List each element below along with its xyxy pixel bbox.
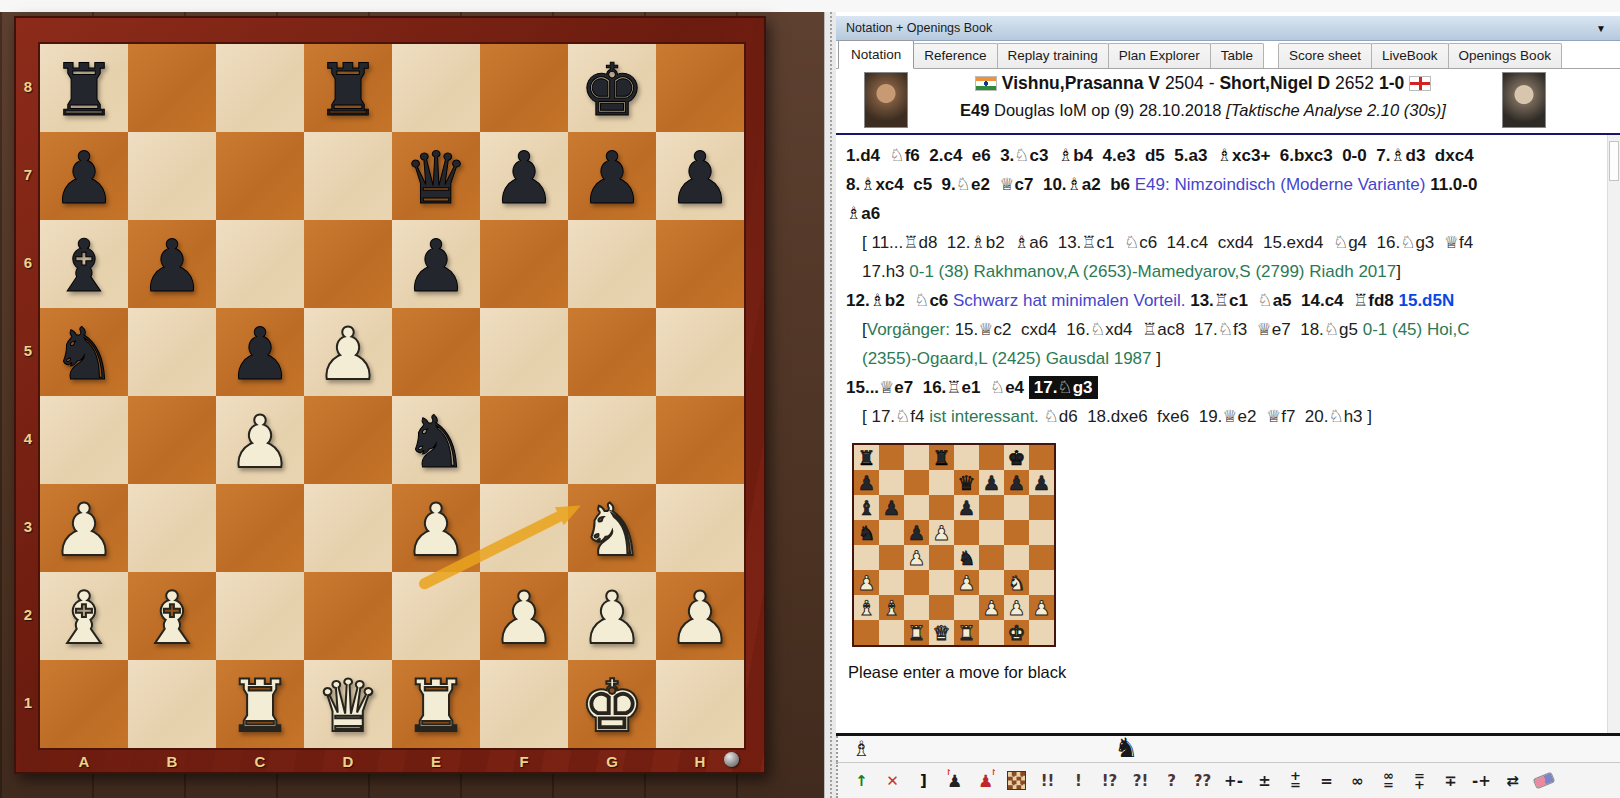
piece-black-pawn-c5: ♟ [904,520,929,545]
square-f7[interactable]: ♟ [480,132,568,220]
square-c6[interactable] [216,220,304,308]
square-c8[interactable] [216,44,304,132]
square-a4[interactable] [40,396,128,484]
square-d4 [929,545,954,570]
square-g4 [1004,545,1029,570]
notation-segment[interactable]: 17.♘g3 [1029,376,1098,399]
square-b6: ♟ [879,495,904,520]
eraser-icon[interactable] [1528,769,1559,793]
tab-notation[interactable]: Notation [838,40,914,69]
notation-segment[interactable]: Schwarz hat minimalen Vorteil. [953,291,1185,310]
bracket-icon[interactable]: ] [908,769,939,793]
notation-diagram[interactable]: ♜♜♚♟♛♟♟♟♝♟♟♞♟♟♟♞♟♟♞♝♝♟♟♟♜♛♜♚ [852,443,1056,647]
square-b2: ♝ [879,595,904,620]
square-g8: ♚ [1004,445,1029,470]
square-c7[interactable] [216,132,304,220]
notation-segment[interactable]: ♘d6 18.dxe6 fxe6 19.♕e2 ♕f7 20.♘h3 ] [1039,407,1372,426]
scrollbar[interactable] [1607,135,1620,733]
square-b5[interactable] [128,308,216,396]
notation-line: 8.♗xc4 c5 9.♘e2 ♕c7 10.♗a2 b6 E49: Nimzo… [846,170,1595,199]
square-h4[interactable] [656,396,744,484]
square-g6 [1004,495,1029,520]
notation-line: [ 11...♖d8 12.♗b2 ♗a6 13.♖c1 ♘c6 14.c4 c… [846,228,1595,257]
square-a5: ♞ [854,520,879,545]
square-b8[interactable] [128,44,216,132]
piece-white-king-g1[interactable]: ♚ [568,660,656,748]
panel-titlebar: Notation + Openings Book ▼ [836,16,1620,41]
notation-segment[interactable]: 8.♗xc4 c5 9.♘e2 ♕c7 10.♗a2 b6 [846,175,1135,194]
square-h6[interactable] [656,220,744,308]
counterplay-icon[interactable]: ⇄ [1497,769,1528,793]
chevron-down-icon[interactable]: ▼ [1596,16,1606,41]
square-e5 [954,520,979,545]
square-g8[interactable]: ♚ [568,44,656,132]
square-a6[interactable]: ♝ [40,220,128,308]
square-b3 [879,570,904,595]
rank-label-8: 8 [16,78,40,95]
square-d8: ♜ [929,445,954,470]
square-h8 [1029,445,1054,470]
tab-replay-training[interactable]: Replay training [997,43,1109,68]
square-b7[interactable] [128,132,216,220]
square-g2[interactable]: ♟ [568,572,656,660]
square-f8 [979,445,1004,470]
piece-black-pawn-b6: ♟ [879,495,904,520]
piece-black-pawn-h7[interactable]: ♟ [656,132,744,220]
square-c2 [904,595,929,620]
file-label-f: F [480,753,568,770]
notation-segment[interactable]: ♗a6 [846,204,880,223]
square-f2[interactable]: ♟ [480,572,568,660]
board-diagram-icon[interactable] [1001,769,1032,793]
square-a1[interactable] [40,660,128,748]
event-line: E49 Douglas IoM op (9) 28.10.2018 [Takti… [916,101,1490,120]
piece-white-queen-d1[interactable]: ♛ [304,660,392,748]
square-d2[interactable] [304,572,392,660]
piece-white-pawn-h2[interactable]: ♟ [656,572,744,660]
square-d4[interactable] [304,396,392,484]
square-a8[interactable]: ♜ [40,44,128,132]
notation-line: 17.h3 0-1 (38) Rakhmanov,A (2653)-Mamedy… [846,257,1595,286]
piece-white-pawn-a3: ♟ [854,570,879,595]
square-h2: ♟ [1029,595,1054,620]
equal[interactable]: = [1311,769,1342,793]
white-slightly-better[interactable]: += [1280,769,1311,793]
tab-livebook[interactable]: LiveBook [1371,43,1449,68]
square-b4[interactable] [128,396,216,484]
square-g3[interactable]: ♞ [568,484,656,572]
board-panel: 87654321 ABCDEFGH ♜♜♚♟♛♟♟♟♝♟♟♞♟♟♟♞♟♟♞♝♝♟… [0,12,824,798]
piece-white-knight-g3[interactable]: ♞ [568,484,656,572]
piece-black-king-g8: ♚ [1004,445,1029,470]
file-label-e: E [392,753,480,770]
scrollbar-thumb[interactable] [1609,141,1619,181]
piece-white-rook-e1[interactable]: ♜ [392,660,480,748]
board-resize-knob[interactable] [724,752,739,767]
square-d2 [929,595,954,620]
piece-white-pawn-f2: ♟ [979,595,1004,620]
piece-black-queen-e7[interactable]: ♛ [392,132,480,220]
notation-text: 1.d4 ♘f6 2.c4 e6 3.♘c3 ♗b4 4.e3 d5 5.a3 … [836,135,1607,682]
white-winning[interactable]: +- [1218,769,1249,793]
square-h1[interactable] [656,660,744,748]
black-clearly-better[interactable]: ∓ [1435,769,1466,793]
players-separator: - [1209,73,1215,93]
square-e8 [954,445,979,470]
rank-label-6: 6 [16,254,40,271]
blunder[interactable]: ?? [1187,769,1218,793]
square-g7: ♟ [1004,470,1029,495]
piece-white-pawn-g2: ♟ [1004,595,1029,620]
chessbase-window: 87654321 ABCDEFGH ♜♜♚♟♛♟♟♟♝♟♟♞♟♟♟♞♟♟♞♝♝♟… [0,0,1620,798]
notation-line: 1.d4 ♘f6 2.c4 e6 3.♘c3 ♗b4 4.e3 d5 5.a3 … [846,141,1595,170]
file-label-c: C [216,753,304,770]
square-h5[interactable] [656,308,744,396]
square-g5[interactable] [568,308,656,396]
piece-white-rook-e1: ♜ [954,620,979,645]
notation-segment[interactable]: 11.0-0 [1425,175,1477,194]
square-c4: ♟ [904,545,929,570]
square-g6[interactable] [568,220,656,308]
square-d5: ♟ [929,520,954,545]
piece-black-pawn-f7[interactable]: ♟ [480,132,568,220]
piece-white-pawn-e3[interactable]: ♟ [392,484,480,572]
square-d5[interactable]: ♟ [304,308,392,396]
square-d3[interactable] [304,484,392,572]
square-a4 [854,545,879,570]
file-label-b: B [128,753,216,770]
black-elo: 2652 [1335,73,1374,93]
game-result: 1-0 [1379,73,1404,93]
square-h4 [1029,545,1054,570]
piece-black-queen-e7: ♛ [954,470,979,495]
notation-panel: Notation + Openings Book ▼ NotationRefer… [836,12,1620,798]
square-d1[interactable]: ♛ [304,660,392,748]
square-d1: ♛ [929,620,954,645]
very-good-move[interactable]: !! [1032,769,1063,793]
square-d7 [929,470,954,495]
square-g7[interactable]: ♟ [568,132,656,220]
square-h8[interactable] [656,44,744,132]
rank-label-3: 3 [16,518,40,535]
square-f6 [979,495,1004,520]
piece-black-bishop-a6: ♝ [854,495,879,520]
file-label-g: G [568,753,656,770]
square-e2[interactable] [392,572,480,660]
piece-black-pawn-a7: ♟ [854,470,879,495]
square-c5[interactable]: ♟ [216,308,304,396]
square-e6: ♟ [954,495,979,520]
square-e7: ♛ [954,470,979,495]
tab-openings-book[interactable]: Openings Book [1448,43,1562,68]
england-flag-icon [1409,76,1431,91]
square-f2: ♟ [979,595,1004,620]
rank-label-5: 5 [16,342,40,359]
notation-line: 15...♕e7 16.♖e1 ♘e4 17.♘g3 [846,373,1595,402]
piece-white-queen-d1: ♛ [929,620,954,645]
notation-segment[interactable]: 17.h3 [862,262,909,281]
square-h1 [1029,620,1054,645]
black-winning[interactable]: -+ [1466,769,1497,793]
piece-black-pawn-b6[interactable]: ♟ [128,220,216,308]
tab-reference[interactable]: Reference [913,43,997,68]
notation-line: [Vorgänger: 15.♕c2 cxd4 16.♘xd4 ♖ac8 17.… [846,315,1595,344]
piece-black-pawn-f7: ♟ [979,470,1004,495]
square-g5 [1004,520,1029,545]
square-g1: ♚ [1004,620,1029,645]
notation-segment[interactable]: E49: Nimzoindisch (Moderne Variante) [1135,175,1426,194]
square-c3 [904,570,929,595]
square-f5[interactable] [480,308,568,396]
piece-black-knight-a5: ♞ [854,520,879,545]
notation-segment[interactable]: 0-1 (45) Hoi,C [1363,320,1470,339]
square-a7: ♟ [854,470,879,495]
square-e3: ♟ [954,570,979,595]
square-h6 [1029,495,1054,520]
interesting-move[interactable]: !? [1094,769,1125,793]
piece-white-knight-g3: ♞ [1004,570,1029,595]
piece-white-king-g1: ♚ [1004,620,1029,645]
eco-code: E49 [960,101,989,119]
square-f1 [979,620,1004,645]
board-frame: 87654321 ABCDEFGH ♜♜♚♟♛♟♟♟♝♟♟♞♟♟♟♞♟♟♞♝♝♟… [14,16,766,774]
square-c1: ♜ [904,620,929,645]
piece-black-knight-e4: ♞ [954,545,979,570]
rank-label-4: 4 [16,430,40,447]
piece-white-bishop-b2[interactable]: ♝ [128,572,216,660]
india-flag-icon [975,76,997,91]
square-f3 [979,570,1004,595]
piece-black-bishop-a6[interactable]: ♝ [40,220,128,308]
file-label-d: D [304,753,392,770]
square-h3 [1029,570,1054,595]
square-c2[interactable] [216,572,304,660]
square-b7 [879,470,904,495]
tab-row: NotationReferenceReplay trainingPlan Exp… [836,41,1620,69]
notation-segment[interactable]: 15...♕e7 16.♖e1 ♘e4 [846,378,1029,397]
notation-segment[interactable]: ] [1396,262,1401,281]
notation-segment[interactable]: (2355)-Ogaard,L (2425) Gausdal 1987 [862,349,1152,368]
square-b1 [879,620,904,645]
square-g3: ♞ [1004,570,1029,595]
chess-board[interactable]: ♜♜♚♟♛♟♟♟♝♟♟♞♟♟♟♞♟♟♞♝♝♟♟♟♜♛♜♚ [40,44,744,748]
piece-black-rook-d8: ♜ [929,445,954,470]
square-b5 [879,520,904,545]
rank-label-7: 7 [16,166,40,183]
square-d6 [929,495,954,520]
notation-segment[interactable]: 15.♕c2 cxd4 16.♘xd4 ♖ac8 17.♘f3 ♕e7 18.♘… [950,320,1363,339]
black-slightly-better[interactable]: =+ [1404,769,1435,793]
notation-line: (2355)-Ogaard,L (2425) Gausdal 1987 ] [846,344,1595,373]
white-elo: 2504 [1165,73,1204,93]
event-name: Douglas IoM op (9) 28.10.2018 [994,101,1221,119]
tab-table[interactable]: Table [1210,43,1264,68]
unclear[interactable]: ∞ [1342,769,1373,793]
notation-segment[interactable]: ] [1152,349,1161,368]
piece-white-rook-c1[interactable]: ♜ [216,660,304,748]
square-g1[interactable]: ♚ [568,660,656,748]
square-b8 [879,445,904,470]
piece-black-king-g8[interactable]: ♚ [568,44,656,132]
piece-black-rook-d8[interactable]: ♜ [304,44,392,132]
notation-segment[interactable]: 0-1 (38) Rakhmanov,A (2653)-Mamedyarov,S… [909,262,1396,281]
square-a7[interactable]: ♟ [40,132,128,220]
piece-white-pawn-h2: ♟ [1029,595,1054,620]
rank-label-1: 1 [16,694,40,711]
notation-segment[interactable]: 1.d4 ♘f6 2.c4 e6 3.♘c3 ♗b4 4.e3 d5 5.a3 … [846,146,1474,165]
insert-arrow-icon[interactable]: ↑ [846,769,877,793]
with-compensation[interactable]: ∞= [1373,769,1404,793]
piece-white-pawn-d5: ♟ [929,520,954,545]
square-g2: ♟ [1004,595,1029,620]
dubious-move[interactable]: ?! [1125,769,1156,793]
players-line: Vishnu,Prasanna V 2504 - Short,Nigel D 2… [916,73,1490,94]
piece-black-rook-a8: ♜ [854,445,879,470]
piece-hint-row: ♗ ♞ [836,736,1620,762]
notation-line: 12.♗b2 ♘c6 Schwarz hat minimalen Vorteil… [846,286,1595,315]
square-h7: ♟ [1029,470,1054,495]
good-move[interactable]: ! [1063,769,1094,793]
notation-segment[interactable]: 13.♖c1 ♘a5 14.c4 ♖fd8 [1185,291,1398,310]
square-a1 [854,620,879,645]
red-pawn-icon[interactable]: ♟↾ [970,769,1001,793]
square-c3[interactable] [216,484,304,572]
square-h7[interactable]: ♟ [656,132,744,220]
square-b2[interactable]: ♝ [128,572,216,660]
square-a3: ♟ [854,570,879,595]
notation-line: [ 17.♘f4 ist interessant. ♘d6 18.dxe6 fx… [846,402,1595,431]
square-b4 [879,545,904,570]
piece-black-pawn-g7: ♟ [1004,470,1029,495]
square-a6: ♝ [854,495,879,520]
square-a5[interactable]: ♞ [40,308,128,396]
square-h2[interactable]: ♟ [656,572,744,660]
square-e4[interactable]: ♞ [392,396,480,484]
tab-plan-explorer[interactable]: Plan Explorer [1108,43,1211,68]
piece-white-pawn-a3[interactable]: ♟ [40,484,128,572]
piece-black-pawn-g7[interactable]: ♟ [568,132,656,220]
square-e3[interactable]: ♟ [392,484,480,572]
square-e1[interactable]: ♜ [392,660,480,748]
piece-white-bishop-a2: ♝ [854,595,879,620]
move-prompt: Please enter a move for black [848,663,1595,682]
rank-label-2: 2 [16,606,40,623]
square-c6 [904,495,929,520]
delete-cross-icon[interactable]: ✕ [877,769,908,793]
square-e4: ♞ [954,545,979,570]
square-e2 [954,595,979,620]
square-c4[interactable]: ♟ [216,396,304,484]
square-f6[interactable] [480,220,568,308]
piece-black-knight-e4[interactable]: ♞ [392,396,480,484]
panel-splitter[interactable] [824,12,836,798]
notation-segment[interactable]: [ 17.♘f4 [862,407,929,426]
black-knight-hint-icon[interactable]: ♞ [1114,732,1138,763]
piece-white-pawn-g2[interactable]: ♟ [568,572,656,660]
white-clearly-better[interactable]: ± [1249,769,1280,793]
piece-white-bishop-a2[interactable]: ♝ [40,572,128,660]
square-e1: ♜ [954,620,979,645]
square-c7 [904,470,929,495]
piece-black-pawn-e6[interactable]: ♟ [392,220,480,308]
square-f4[interactable] [480,396,568,484]
square-e6[interactable]: ♟ [392,220,480,308]
square-b1[interactable] [128,660,216,748]
game-header: Vishnu,Prasanna V 2504 - Short,Nigel D 2… [836,69,1620,133]
square-e7[interactable]: ♛ [392,132,480,220]
square-f8[interactable] [480,44,568,132]
square-d7[interactable] [304,132,392,220]
square-e8[interactable] [392,44,480,132]
square-a3[interactable]: ♟ [40,484,128,572]
notation-line: ♗a6 [846,199,1595,228]
square-f7: ♟ [979,470,1004,495]
black-player-photo [1502,72,1546,128]
square-f3[interactable] [480,484,568,572]
square-b3[interactable] [128,484,216,572]
white-player-name: Vishnu,Prasanna V [1002,73,1160,93]
piece-black-rook-a8[interactable]: ♜ [40,44,128,132]
piece-black-pawn-e6: ♟ [954,495,979,520]
square-h3[interactable] [656,484,744,572]
square-c5: ♟ [904,520,929,545]
annotator: [Taktische Analyse 2.10 (30s)] [1226,101,1446,119]
square-c8 [904,445,929,470]
square-e5[interactable] [392,308,480,396]
white-bishop-hint-icon[interactable]: ♗ [852,737,871,761]
black-player-name: Short,Nigel D [1219,73,1330,93]
piece-black-knight-a5[interactable]: ♞ [40,308,128,396]
piece-white-pawn-f2[interactable]: ♟ [480,572,568,660]
square-b6[interactable]: ♟ [128,220,216,308]
square-d3 [929,570,954,595]
square-g4[interactable] [568,396,656,484]
piece-black-pawn-c5[interactable]: ♟ [216,308,304,396]
square-f4 [979,545,1004,570]
file-label-a: A [40,753,128,770]
square-a2[interactable]: ♝ [40,572,128,660]
piece-white-pawn-c4[interactable]: ♟ [216,396,304,484]
piece-black-pawn-h7: ♟ [1029,470,1054,495]
mistake[interactable]: ? [1156,769,1187,793]
annotation-toolbar: ↑✕]♟↾♟↾!!!!??!???+-±+==∞∞==+∓-+⇄ [836,762,1620,798]
notation-segment[interactable]: 15.d5N [1398,291,1454,310]
square-f1[interactable] [480,660,568,748]
piece-white-pawn-c4: ♟ [904,545,929,570]
notation-segment[interactable]: Vorgänger: [867,320,950,339]
white-player-photo [864,72,908,128]
notation-segment[interactable]: 12.♗b2 ♘c6 [846,291,953,310]
square-a2: ♝ [854,595,879,620]
square-f5 [979,520,1004,545]
square-a8: ♜ [854,445,879,470]
piece-white-pawn-e3: ♟ [954,570,979,595]
black-pawn-icon[interactable]: ♟↾ [939,769,970,793]
square-c1[interactable]: ♜ [216,660,304,748]
panel-title: Notation + Openings Book [846,21,992,35]
tab-score-sheet[interactable]: Score sheet [1278,43,1372,68]
notation-segment[interactable]: ist interessant. [929,407,1039,426]
piece-black-pawn-a7[interactable]: ♟ [40,132,128,220]
notation-segment[interactable]: [ 11...♖d8 12.♗b2 ♗a6 13.♖c1 ♘c6 14.c4 c… [862,233,1473,252]
square-d8[interactable]: ♜ [304,44,392,132]
square-h5 [1029,520,1054,545]
piece-white-rook-c1: ♜ [904,620,929,645]
piece-white-pawn-d5[interactable]: ♟ [304,308,392,396]
piece-white-bishop-b2: ♝ [879,595,904,620]
square-d6[interactable] [304,220,392,308]
